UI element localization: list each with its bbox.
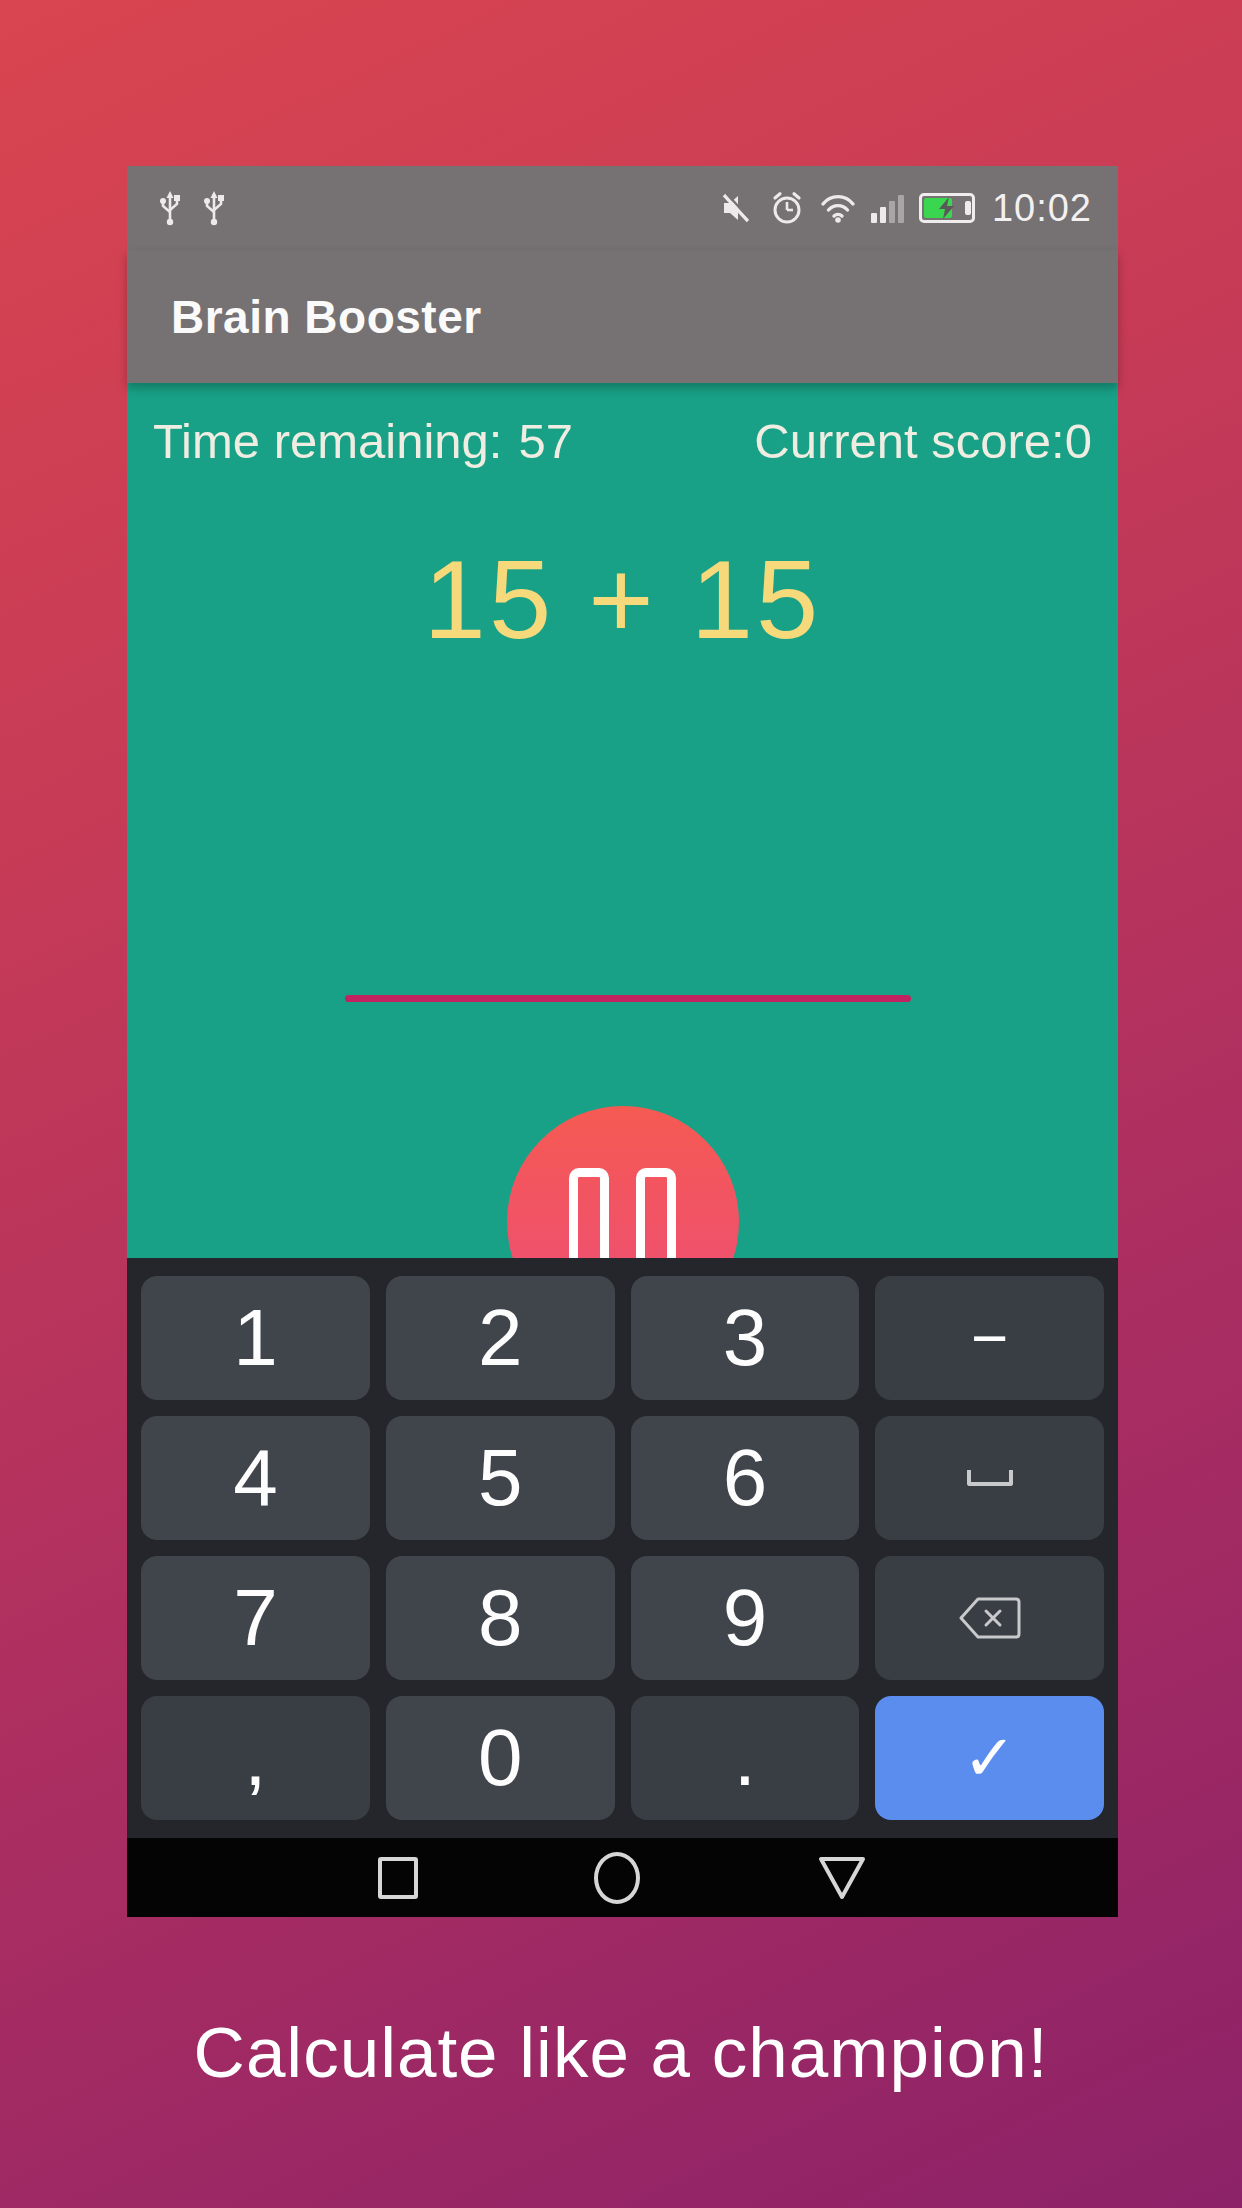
usb-icon (201, 190, 227, 226)
status-icons-right: 10:02 (718, 187, 1092, 230)
key-6[interactable]: 6 (631, 1416, 860, 1540)
check-icon: ✓ (963, 1721, 1017, 1795)
key-7[interactable]: 7 (141, 1556, 370, 1680)
key-5[interactable]: 5 (386, 1416, 615, 1540)
status-bar: 10:02 (127, 166, 1118, 250)
caption: Calculate like a champion! (0, 2012, 1242, 2093)
pause-icon (569, 1168, 609, 1258)
backspace-icon (958, 1596, 1022, 1640)
phone-screenshot: 10:02 Brain Booster Time remaining: 57 C… (127, 166, 1118, 1917)
pause-button[interactable] (507, 1106, 739, 1258)
usb-icon (157, 190, 183, 226)
status-time: 10:02 (992, 187, 1092, 230)
gradient-background: { "game": "Brain Booster - timed mental … (0, 0, 1242, 2208)
key-enter[interactable]: ✓ (875, 1696, 1104, 1820)
key-9[interactable]: 9 (631, 1556, 860, 1680)
key-4[interactable]: 4 (141, 1416, 370, 1540)
usb-icons (157, 190, 227, 226)
score-label: Current score: (754, 413, 1064, 469)
score-value: 0 (1065, 413, 1092, 469)
key-comma[interactable]: , (141, 1696, 370, 1820)
alarm-icon (769, 190, 805, 226)
time-remaining: Time remaining: 57 (153, 413, 573, 469)
key-minus[interactable]: − (875, 1276, 1104, 1400)
key-3[interactable]: 3 (631, 1276, 860, 1400)
key-backspace[interactable] (875, 1556, 1104, 1680)
key-2[interactable]: 2 (386, 1276, 615, 1400)
math-problem: 15 + 15 (127, 535, 1118, 664)
app-title: Brain Booster (171, 290, 482, 344)
home-circle-icon[interactable] (594, 1852, 640, 1904)
key-8[interactable]: 8 (386, 1556, 615, 1680)
stats-row: Time remaining: 57 Current score: 0 (127, 383, 1118, 469)
key-0[interactable]: 0 (386, 1696, 615, 1820)
pause-icon (636, 1168, 676, 1258)
current-score: Current score: 0 (754, 413, 1092, 469)
space-icon (967, 1470, 1013, 1486)
app-bar: Brain Booster (127, 250, 1118, 383)
signal-icon (871, 193, 904, 223)
key-1[interactable]: 1 (141, 1276, 370, 1400)
mute-icon (718, 191, 754, 225)
key-period[interactable]: . (631, 1696, 860, 1820)
game-area: Time remaining: 57 Current score: 0 15 +… (127, 383, 1118, 1258)
android-nav-bar (127, 1838, 1118, 1917)
battery-charging-icon (919, 193, 971, 223)
answer-underline[interactable] (345, 995, 911, 1002)
recents-square-icon[interactable] (378, 1857, 418, 1899)
key-space[interactable] (875, 1416, 1104, 1540)
wifi-icon (820, 193, 856, 223)
back-triangle-icon[interactable] (816, 1855, 868, 1901)
time-remaining-label: Time remaining: (153, 413, 502, 469)
numeric-keyboard: 1 2 3 − 4 5 6 7 8 9 , 0 . ✓ (127, 1258, 1118, 1838)
time-remaining-value: 57 (518, 413, 573, 469)
